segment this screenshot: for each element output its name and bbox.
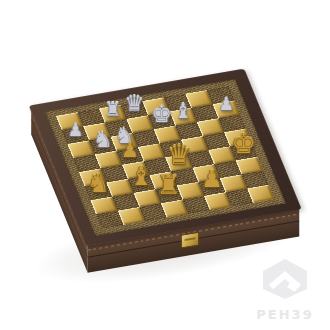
clasp	[181, 232, 200, 249]
watermark-logo-icon	[259, 257, 311, 301]
board-plane	[56, 86, 274, 228]
watermark: РЕН39	[248, 257, 322, 322]
watermark-text: РЕН39	[248, 307, 322, 322]
photo-scene: ♜♛♚♝♟♟♞♞♟♛♚♞♝♜♟ РЕН39	[0, 0, 330, 330]
